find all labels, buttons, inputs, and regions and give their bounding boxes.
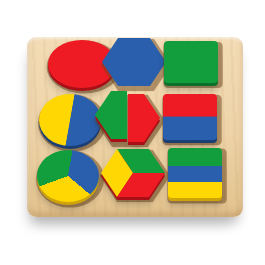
- cell-r2c3: [163, 94, 217, 140]
- puzzle-board: [27, 37, 243, 217]
- cell-r3c3: [168, 148, 222, 198]
- cell-r3c2: [101, 149, 165, 197]
- piece-circle-halves-vertical-yellow-blue[interactable]: [39, 94, 101, 146]
- piece-square-whole-green[interactable]: [164, 41, 218, 83]
- piece-hexagon-thirds-rhombi-green-yellow-red[interactable]: [101, 149, 165, 197]
- piece-square-halves-horizontal-red-blue[interactable]: [163, 94, 217, 140]
- piece-hexagon-halves-vertical-green-red[interactable]: [96, 94, 160, 142]
- cell-r3c1: [37, 150, 99, 202]
- cell-r2c1: [39, 94, 101, 146]
- cell-r1c2: [102, 38, 166, 86]
- piece-circle-thirds-sectors-green-blue-yellow[interactable]: [37, 150, 99, 202]
- product-photo-background: [0, 0, 265, 265]
- cell-r2c2: [96, 94, 160, 142]
- cell-r1c3: [164, 41, 218, 83]
- piece-square-thirds-strips-green-blue-yellow[interactable]: [168, 148, 222, 198]
